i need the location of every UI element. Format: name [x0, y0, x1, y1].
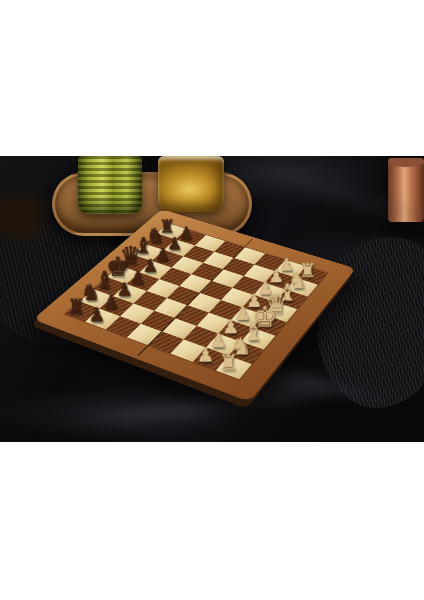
photo-canvas: ♜♟♟♜♞♟♟♞♝♟♟♝♛♟♟♛♚♟♟♚♝♟♟♝♞♟♟♞♜♟♟♜: [0, 0, 424, 600]
piece-white-rook[interactable]: ♜: [219, 351, 239, 373]
green-ribbed-glass: [78, 156, 142, 214]
copper-jar-rim: [388, 158, 424, 167]
piece-black-rook[interactable]: ♜: [67, 296, 86, 317]
piece-white-pawn[interactable]: ♟: [197, 345, 215, 365]
piece-black-pawn[interactable]: ♟: [88, 306, 105, 325]
white-band-top: [0, 0, 424, 156]
amber-glass: [158, 156, 224, 212]
white-band-bottom: [0, 442, 424, 600]
photo-area: ♜♟♟♜♞♟♟♞♝♟♟♝♛♟♟♛♚♟♟♚♝♟♟♝♞♟♟♞♜♟♟♜: [0, 156, 424, 442]
